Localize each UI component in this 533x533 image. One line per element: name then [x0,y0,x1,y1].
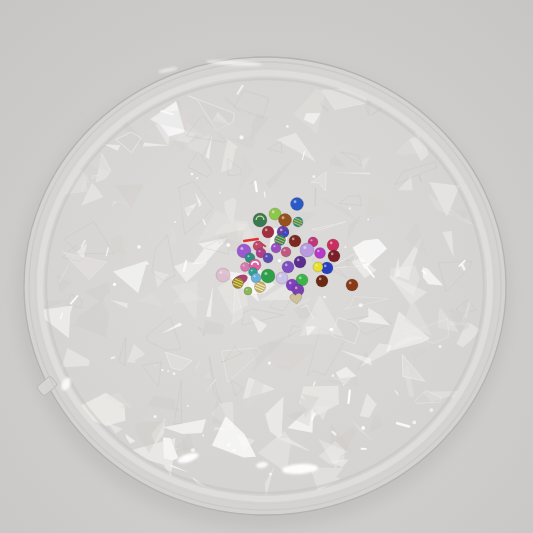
confetti-disc [291,198,304,211]
crystal-sparkle [429,408,433,412]
crystal-sparkle [113,283,116,286]
confetti-glint [319,278,322,281]
confetti-glint [283,249,285,251]
confetti-sequin [254,282,265,293]
crystal-sparkle [174,221,176,223]
confetti-sequin [261,269,275,283]
confetti-glint [219,271,222,274]
crystal-sparkle [167,370,169,372]
confetti-disc [216,268,230,282]
confetti-disc [315,248,326,259]
confetti-glint [310,239,312,241]
confetti-sequin [276,272,288,284]
confetti-glint [285,232,286,233]
confetti-glint [246,289,248,291]
crystal-sparkle [332,375,334,377]
confetti-glint [253,275,255,277]
crystal-sparkle [349,207,351,209]
crystal-sparkle [286,125,289,128]
confetti-disc [328,250,340,262]
confetti-sequin [328,250,340,262]
confetti-glint [272,211,275,214]
confetti-glint [289,282,292,285]
confetti-disc [261,269,275,283]
confetti-glint [264,272,267,275]
confetti-sequin [282,261,294,273]
confetti-glint [280,229,283,232]
confetti-glint [331,253,334,256]
confetti-disc [263,253,273,263]
crystal-sparkle [191,448,195,452]
crystal-sparkle [146,262,149,265]
confetti-disc [284,231,289,236]
confetti-sequin [216,268,230,282]
crystal-sparkle [137,245,141,249]
confetti-sequin [253,213,267,227]
confetti-sequin [284,231,289,236]
confetti-glint [315,264,317,266]
confetti-glint [251,269,253,271]
crystal-sparkle [269,473,272,476]
confetti-sequin [263,253,273,263]
confetti-glint [317,250,319,252]
confetti-disc [241,263,250,272]
crystal-sparkle [367,219,369,221]
crystal-sparkle [219,192,221,194]
confetti-glint [324,265,327,268]
confetti-glint [247,255,249,257]
crystal-sparkle [361,426,365,430]
crystal-sparkle [345,246,347,248]
crystal-sparkle [154,415,157,418]
confetti-glint [299,277,302,280]
confetti-sequin [316,275,328,287]
crystal-sparkle [278,259,281,262]
confetti-sequin [294,256,306,268]
crystal-sparkle [233,449,236,452]
confetti-sequin [291,198,304,211]
crystal-sparkle [329,328,333,332]
crystal-sparkle [191,173,194,176]
confetti-disc [346,279,358,291]
confetti-sequin [271,243,281,253]
confetti-disc [282,261,294,273]
crystal-sparkle [438,345,441,348]
confetti-sequin [241,263,250,272]
confetti-glint [294,200,297,203]
confetti-sequin [315,248,326,259]
confetti-disc [327,239,339,251]
crystal-sparkle [312,175,315,178]
confetti-glint [279,275,282,278]
confetti-glint [349,282,352,285]
confetti-disc [281,247,291,257]
confetti-disc [316,275,328,287]
confetti-glint [292,238,295,241]
confetti-sequin [262,226,274,238]
confetti-glint [258,250,260,252]
crystal-sparkle [227,443,231,447]
confetti-sequin [244,287,252,295]
confetti-disc [300,243,314,257]
confetti-disc [253,213,267,227]
photo-canvas [0,0,533,533]
confetti-disc [244,287,252,295]
confetti-glint [297,259,300,262]
confetti-sequin [293,217,303,227]
confetti-glint [255,243,257,245]
crystal-sparkle [187,405,189,407]
crystal-sparkle [226,243,230,247]
crystal-sparkle [202,435,204,437]
confetti-sequin [289,235,301,247]
crystal-sparkle [161,369,163,371]
crystal-glint [361,448,367,450]
confetti-sequin [279,214,292,227]
confetti-sequin [281,247,291,257]
crystal-sparkle [196,177,198,179]
confetti-glint [273,245,275,247]
confetti-glint [265,255,267,257]
crystal-sparkle [268,361,271,364]
confetti-disc [294,256,306,268]
confetti-glint [295,287,298,290]
confetti-disc [276,272,288,284]
confetti-disc [262,226,274,238]
crystal-sparkle [359,303,363,307]
confetti-disc [313,262,323,272]
confetti-disc [271,243,281,253]
confetti-glint [282,216,285,219]
confetti-sequin [313,262,323,272]
confetti-sequin [327,239,339,251]
crystal-sparkle [173,372,176,375]
confetti-glint [240,247,243,250]
confetti-glint [265,229,268,232]
confetti-disc [279,214,292,227]
confetti-glint [243,264,245,266]
confetti-glint [285,264,288,267]
confetti-sequin [232,278,243,289]
confetti-disc [289,235,301,247]
crystal-sparkle [412,421,416,425]
confetti-glint [303,246,306,249]
confetti-sequin [346,279,358,291]
crystal-sparkle [239,135,243,139]
confetti-glint [330,242,333,245]
confetti-sequin [300,243,314,257]
scene-svg [0,0,533,533]
crystal-sparkle [323,296,326,299]
